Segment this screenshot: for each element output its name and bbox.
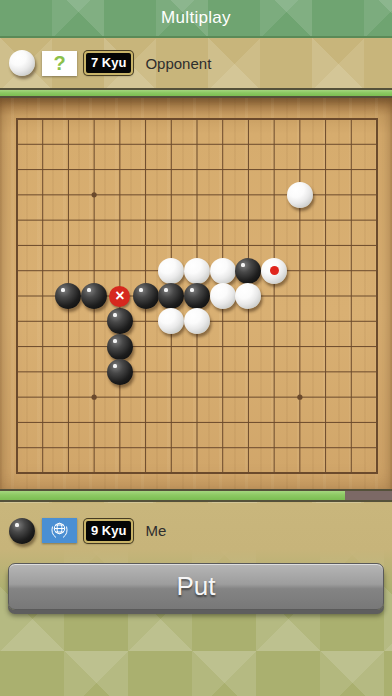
me-bar: 9 Kyu Me (0, 503, 392, 558)
gomoku-board[interactable]: × (0, 98, 392, 489)
my-timer-fill (0, 491, 345, 500)
stone-black (107, 359, 133, 385)
stone-black (107, 308, 133, 334)
app-screen: Multiplay ? 7 Kyu Opponent × (0, 0, 392, 696)
star-point (92, 395, 97, 400)
me-stone-avatar (9, 518, 35, 544)
stone-black (107, 334, 133, 360)
last-move-marker (270, 266, 279, 275)
put-button[interactable]: Put (8, 563, 384, 610)
opponent-stone-avatar (9, 50, 35, 76)
opponent-name: Opponent (145, 55, 211, 72)
unknown-flag-icon: ? (42, 51, 77, 76)
star-point (92, 192, 97, 197)
stone-black (81, 283, 107, 309)
stone-white (158, 258, 184, 284)
my-timer (0, 489, 392, 502)
opponent-bar: ? 7 Kyu Opponent (0, 38, 392, 88)
opponent-timer (0, 88, 392, 98)
opponent-rank-badge: 7 Kyu (84, 51, 133, 75)
stone-white (210, 258, 236, 284)
stone-white (184, 258, 210, 284)
forbidden-point-icon: × (109, 286, 130, 307)
stone-white (210, 283, 236, 309)
opponent-timer-fill (0, 90, 392, 96)
stone-white (261, 258, 287, 284)
stone-black (235, 258, 261, 284)
me-name: Me (145, 522, 166, 539)
me-rank-badge: 9 Kyu (84, 519, 133, 543)
question-mark-icon: ? (53, 53, 65, 73)
star-point (297, 395, 302, 400)
stone-black (184, 283, 210, 309)
stone-black (133, 283, 159, 309)
page-title: Multiplay (161, 8, 231, 28)
stone-white (287, 182, 313, 208)
title-bar: Multiplay (0, 0, 392, 38)
un-flag-icon (42, 518, 77, 543)
